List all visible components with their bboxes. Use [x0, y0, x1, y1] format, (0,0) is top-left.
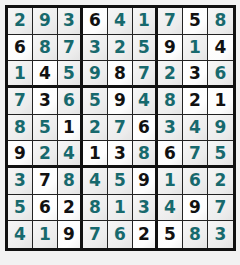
- sudoku-cell-r9c1[interactable]: 4: [8, 221, 33, 248]
- sudoku-cell-r9c8[interactable]: 8: [183, 221, 208, 248]
- sudoku-cell-r2c8[interactable]: 1: [183, 35, 208, 62]
- sudoku-cell-r9c3: 9: [58, 221, 83, 248]
- sudoku-cell-r3c5: 8: [108, 61, 133, 88]
- sudoku-board: 2936417586873259141459872367365948218512…: [5, 5, 236, 251]
- sudoku-cell-r6c7: 6: [158, 141, 183, 168]
- sudoku-cell-r9c4[interactable]: 7: [83, 221, 108, 248]
- sudoku-cell-r9c2[interactable]: 1: [33, 221, 58, 248]
- sudoku-cell-r1c4: 6: [83, 8, 108, 35]
- sudoku-cell-r1c5[interactable]: 4: [108, 8, 133, 35]
- sudoku-cell-r8c6[interactable]: 3: [133, 195, 158, 222]
- sudoku-cell-r7c9[interactable]: 2: [208, 168, 233, 195]
- sudoku-cell-r2c1: 6: [8, 35, 33, 62]
- sudoku-cell-r3c3[interactable]: 5: [58, 61, 83, 88]
- sudoku-cell-r3c1[interactable]: 1: [8, 61, 33, 88]
- sudoku-cell-r7c1[interactable]: 3: [8, 168, 33, 195]
- sudoku-cell-r1c6[interactable]: 1: [133, 8, 158, 35]
- sudoku-cell-r6c8[interactable]: 7: [183, 141, 208, 168]
- sudoku-cell-r6c6[interactable]: 8: [133, 141, 158, 168]
- sudoku-cell-r8c8: 9: [183, 195, 208, 222]
- sudoku-cell-r4c9: 1: [208, 88, 233, 115]
- sudoku-cell-r5c4[interactable]: 2: [83, 115, 108, 142]
- sudoku-cell-r4c3[interactable]: 6: [58, 88, 83, 115]
- sudoku-cell-r9c7: 5: [158, 221, 183, 248]
- sudoku-cell-r6c2[interactable]: 2: [33, 141, 58, 168]
- sudoku-cell-r1c9[interactable]: 8: [208, 8, 233, 35]
- sudoku-cell-r8c3: 2: [58, 195, 83, 222]
- sudoku-cell-r9c5[interactable]: 6: [108, 221, 133, 248]
- sudoku-cell-r8c5[interactable]: 1: [108, 195, 133, 222]
- sudoku-cell-r1c2[interactable]: 9: [33, 8, 58, 35]
- sudoku-cell-r8c4[interactable]: 8: [83, 195, 108, 222]
- sudoku-cell-r4c2: 3: [33, 88, 58, 115]
- sudoku-cell-r8c9[interactable]: 7: [208, 195, 233, 222]
- sudoku-cell-r8c7[interactable]: 4: [158, 195, 183, 222]
- sudoku-cell-r3c6[interactable]: 7: [133, 61, 158, 88]
- sudoku-cell-r3c8: 3: [183, 61, 208, 88]
- sudoku-cell-r2c2[interactable]: 8: [33, 35, 58, 62]
- sudoku-cell-r8c2: 6: [33, 195, 58, 222]
- sudoku-cell-r9c9[interactable]: 3: [208, 221, 233, 248]
- sudoku-cell-r3c2: 4: [33, 61, 58, 88]
- sudoku-cell-r7c4[interactable]: 4: [83, 168, 108, 195]
- sudoku-cell-r6c9[interactable]: 5: [208, 141, 233, 168]
- sudoku-cell-r1c8: 5: [183, 8, 208, 35]
- sudoku-cell-r1c7[interactable]: 7: [158, 8, 183, 35]
- sudoku-cell-r1c3[interactable]: 3: [58, 8, 83, 35]
- sudoku-cell-r3c7[interactable]: 2: [158, 61, 183, 88]
- sudoku-cell-r9c6: 2: [133, 221, 158, 248]
- sudoku-cell-r2c3[interactable]: 7: [58, 35, 83, 62]
- sudoku-cell-r6c1: 9: [8, 141, 33, 168]
- sudoku-cell-r7c3[interactable]: 8: [58, 168, 83, 195]
- sudoku-cell-r5c9[interactable]: 9: [208, 115, 233, 142]
- sudoku-cell-r5c2[interactable]: 5: [33, 115, 58, 142]
- sudoku-cell-r4c8: 2: [183, 88, 208, 115]
- sudoku-cell-r7c5[interactable]: 5: [108, 168, 133, 195]
- sudoku-cell-r2c5[interactable]: 2: [108, 35, 133, 62]
- sudoku-cell-r5c6: 6: [133, 115, 158, 142]
- sudoku-cell-r7c6: 9: [133, 168, 158, 195]
- sudoku-cell-r6c4: 1: [83, 141, 108, 168]
- sudoku-cell-r5c7[interactable]: 3: [158, 115, 183, 142]
- sudoku-cell-r8c1[interactable]: 5: [8, 195, 33, 222]
- sudoku-cell-r4c1[interactable]: 7: [8, 88, 33, 115]
- sudoku-cell-r5c8[interactable]: 4: [183, 115, 208, 142]
- sudoku-cell-r1c1[interactable]: 2: [8, 8, 33, 35]
- sudoku-cell-r5c1[interactable]: 8: [8, 115, 33, 142]
- sudoku-cell-r3c4[interactable]: 9: [83, 61, 108, 88]
- sudoku-cell-r5c3: 1: [58, 115, 83, 142]
- sudoku-cell-r2c9: 4: [208, 35, 233, 62]
- sudoku-cell-r7c7[interactable]: 1: [158, 168, 183, 195]
- sudoku-cell-r5c5[interactable]: 7: [108, 115, 133, 142]
- sudoku-cell-r4c5: 9: [108, 88, 133, 115]
- sudoku-cell-r4c4[interactable]: 5: [83, 88, 108, 115]
- sudoku-cell-r6c5: 3: [108, 141, 133, 168]
- sudoku-cell-r2c4[interactable]: 3: [83, 35, 108, 62]
- sudoku-cell-r7c8[interactable]: 6: [183, 168, 208, 195]
- sudoku-cell-r3c9[interactable]: 6: [208, 61, 233, 88]
- sudoku-cell-r4c6[interactable]: 4: [133, 88, 158, 115]
- sudoku-cell-r2c6[interactable]: 5: [133, 35, 158, 62]
- page-background: 2936417586873259141459872367365948218512…: [0, 0, 240, 265]
- sudoku-cell-r7c2: 7: [33, 168, 58, 195]
- sudoku-cell-r2c7: 9: [158, 35, 183, 62]
- sudoku-cell-r4c7[interactable]: 8: [158, 88, 183, 115]
- sudoku-cell-r6c3[interactable]: 4: [58, 141, 83, 168]
